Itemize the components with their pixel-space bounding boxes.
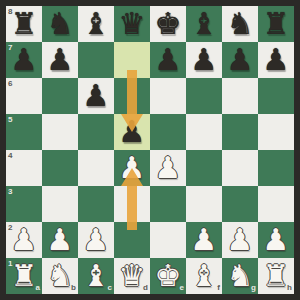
rank-label-5: 5 (8, 116, 12, 124)
piece-white-knight[interactable]: ♞ (42, 258, 78, 294)
piece-black-bishop[interactable]: ♝ (78, 6, 114, 42)
square-b6[interactable] (42, 78, 78, 114)
square-b3[interactable] (42, 186, 78, 222)
square-h1[interactable]: h♜ (258, 258, 294, 294)
square-e2[interactable] (150, 222, 186, 258)
square-e8[interactable]: ♚ (150, 6, 186, 42)
piece-black-rook[interactable]: ♜ (6, 6, 42, 42)
square-g6[interactable] (222, 78, 258, 114)
square-d4[interactable]: ♟ (114, 150, 150, 186)
chess-app: 8♜♞♝♛♚♝♞♜7♟♟♟♟♟♟6♟5♟4♟♟32♟♟♟♟♟♟1a♜b♞c♝d♛… (0, 0, 300, 300)
square-f7[interactable]: ♟ (186, 42, 222, 78)
piece-white-rook[interactable]: ♜ (6, 258, 42, 294)
square-e4[interactable]: ♟ (150, 150, 186, 186)
square-g4[interactable] (222, 150, 258, 186)
square-d8[interactable]: ♛ (114, 6, 150, 42)
square-f6[interactable] (186, 78, 222, 114)
square-c1[interactable]: c♝ (78, 258, 114, 294)
square-a5[interactable]: 5 (6, 114, 42, 150)
square-f4[interactable] (186, 150, 222, 186)
square-f3[interactable] (186, 186, 222, 222)
square-e7[interactable]: ♟ (150, 42, 186, 78)
piece-black-knight[interactable]: ♞ (222, 6, 258, 42)
piece-black-pawn[interactable]: ♟ (6, 42, 42, 78)
piece-black-pawn[interactable]: ♟ (114, 114, 150, 150)
square-b1[interactable]: b♞ (42, 258, 78, 294)
square-c3[interactable] (78, 186, 114, 222)
square-c7[interactable] (78, 42, 114, 78)
piece-white-bishop[interactable]: ♝ (78, 258, 114, 294)
piece-white-bishop[interactable]: ♝ (186, 258, 222, 294)
square-a3[interactable]: 3 (6, 186, 42, 222)
square-e5[interactable] (150, 114, 186, 150)
piece-black-pawn[interactable]: ♟ (150, 42, 186, 78)
square-d3[interactable] (114, 186, 150, 222)
square-f2[interactable]: ♟ (186, 222, 222, 258)
square-c8[interactable]: ♝ (78, 6, 114, 42)
piece-white-pawn[interactable]: ♟ (258, 222, 294, 258)
square-e1[interactable]: e♚ (150, 258, 186, 294)
square-c4[interactable] (78, 150, 114, 186)
piece-black-pawn[interactable]: ♟ (186, 42, 222, 78)
piece-white-knight[interactable]: ♞ (222, 258, 258, 294)
chess-board: 8♜♞♝♛♚♝♞♜7♟♟♟♟♟♟6♟5♟4♟♟32♟♟♟♟♟♟1a♜b♞c♝d♛… (6, 6, 294, 294)
piece-white-pawn[interactable]: ♟ (150, 150, 186, 186)
piece-black-pawn[interactable]: ♟ (222, 42, 258, 78)
piece-white-pawn[interactable]: ♟ (6, 222, 42, 258)
square-e6[interactable] (150, 78, 186, 114)
square-c5[interactable] (78, 114, 114, 150)
square-g1[interactable]: g♞ (222, 258, 258, 294)
square-a2[interactable]: 2♟ (6, 222, 42, 258)
square-d5[interactable]: ♟ (114, 114, 150, 150)
square-h5[interactable] (258, 114, 294, 150)
piece-white-pawn[interactable]: ♟ (78, 222, 114, 258)
square-a4[interactable]: 4 (6, 150, 42, 186)
piece-black-king[interactable]: ♚ (150, 6, 186, 42)
square-b2[interactable]: ♟ (42, 222, 78, 258)
square-a7[interactable]: 7♟ (6, 42, 42, 78)
piece-white-pawn[interactable]: ♟ (42, 222, 78, 258)
square-g5[interactable] (222, 114, 258, 150)
piece-black-queen[interactable]: ♛ (114, 6, 150, 42)
square-g3[interactable] (222, 186, 258, 222)
rank-label-3: 3 (8, 188, 12, 196)
square-c6[interactable]: ♟ (78, 78, 114, 114)
piece-black-rook[interactable]: ♜ (258, 6, 294, 42)
rank-label-6: 6 (8, 80, 12, 88)
piece-white-rook[interactable]: ♜ (258, 258, 294, 294)
piece-black-pawn[interactable]: ♟ (42, 42, 78, 78)
square-d1[interactable]: d♛ (114, 258, 150, 294)
rank-label-4: 4 (8, 152, 12, 160)
square-d6[interactable] (114, 78, 150, 114)
square-f5[interactable] (186, 114, 222, 150)
square-c2[interactable]: ♟ (78, 222, 114, 258)
square-e3[interactable] (150, 186, 186, 222)
square-b7[interactable]: ♟ (42, 42, 78, 78)
square-b8[interactable]: ♞ (42, 6, 78, 42)
piece-black-pawn[interactable]: ♟ (78, 78, 114, 114)
square-d7[interactable] (114, 42, 150, 78)
square-h4[interactable] (258, 150, 294, 186)
square-g8[interactable]: ♞ (222, 6, 258, 42)
piece-white-pawn[interactable]: ♟ (186, 222, 222, 258)
square-a8[interactable]: 8♜ (6, 6, 42, 42)
square-f8[interactable]: ♝ (186, 6, 222, 42)
square-b4[interactable] (42, 150, 78, 186)
square-g7[interactable]: ♟ (222, 42, 258, 78)
square-h6[interactable] (258, 78, 294, 114)
square-f1[interactable]: f♝ (186, 258, 222, 294)
piece-white-king[interactable]: ♚ (150, 258, 186, 294)
piece-black-bishop[interactable]: ♝ (186, 6, 222, 42)
square-a1[interactable]: 1a♜ (6, 258, 42, 294)
square-b5[interactable] (42, 114, 78, 150)
piece-black-knight[interactable]: ♞ (42, 6, 78, 42)
piece-black-pawn[interactable]: ♟ (258, 42, 294, 78)
square-g2[interactable]: ♟ (222, 222, 258, 258)
piece-white-pawn[interactable]: ♟ (114, 150, 150, 186)
square-d2[interactable] (114, 222, 150, 258)
piece-white-pawn[interactable]: ♟ (222, 222, 258, 258)
square-h8[interactable]: ♜ (258, 6, 294, 42)
square-h7[interactable]: ♟ (258, 42, 294, 78)
piece-white-queen[interactable]: ♛ (114, 258, 150, 294)
square-a6[interactable]: 6 (6, 78, 42, 114)
square-h3[interactable] (258, 186, 294, 222)
square-h2[interactable]: ♟ (258, 222, 294, 258)
